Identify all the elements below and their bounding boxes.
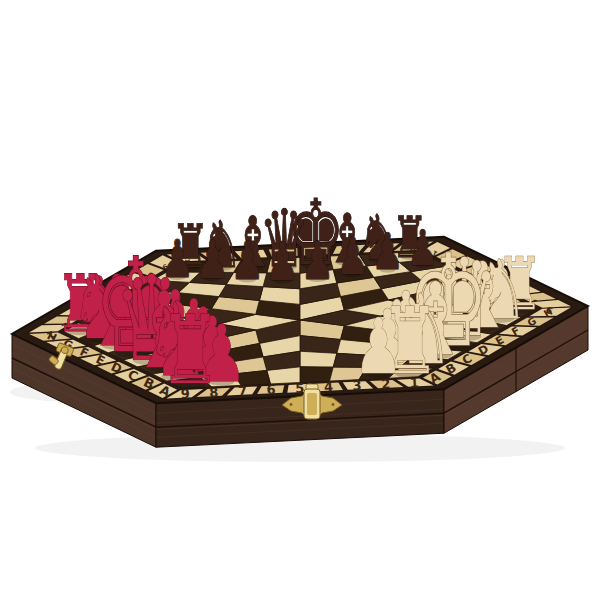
piece-white-pawn[interactable]: ♟ bbox=[354, 302, 403, 392]
piece-glyph: ♟ bbox=[371, 222, 404, 281]
piece-glyph: ♟ bbox=[301, 229, 335, 291]
piece-dark-pawn[interactable]: ♟ bbox=[265, 231, 299, 293]
board-cell[interactable] bbox=[300, 351, 337, 367]
piece-glyph: ♟ bbox=[230, 230, 264, 292]
piece-dark-pawn[interactable]: ♟ bbox=[301, 229, 335, 291]
piece-glyph: ♟ bbox=[354, 302, 403, 392]
piece-red-rook[interactable]: ♜ bbox=[160, 295, 221, 406]
piece-glyph: ♟ bbox=[195, 229, 229, 291]
piece-glyph: ♟ bbox=[336, 226, 369, 287]
piece-dark-pawn[interactable]: ♟ bbox=[371, 222, 404, 281]
piece-glyph: ♜ bbox=[160, 295, 221, 406]
board-cell[interactable] bbox=[300, 367, 333, 383]
piece-dark-pawn[interactable]: ♟ bbox=[230, 230, 264, 292]
piece-dark-pawn[interactable]: ♟ bbox=[195, 229, 229, 291]
three-player-chess-board: three-player chess — wooden folding hexa… bbox=[0, 0, 600, 600]
product-photo-scene: three-player chess — wooden folding hexa… bbox=[0, 0, 600, 600]
piece-dark-pawn[interactable]: ♟ bbox=[336, 226, 369, 287]
piece-glyph: ♟ bbox=[265, 231, 299, 293]
